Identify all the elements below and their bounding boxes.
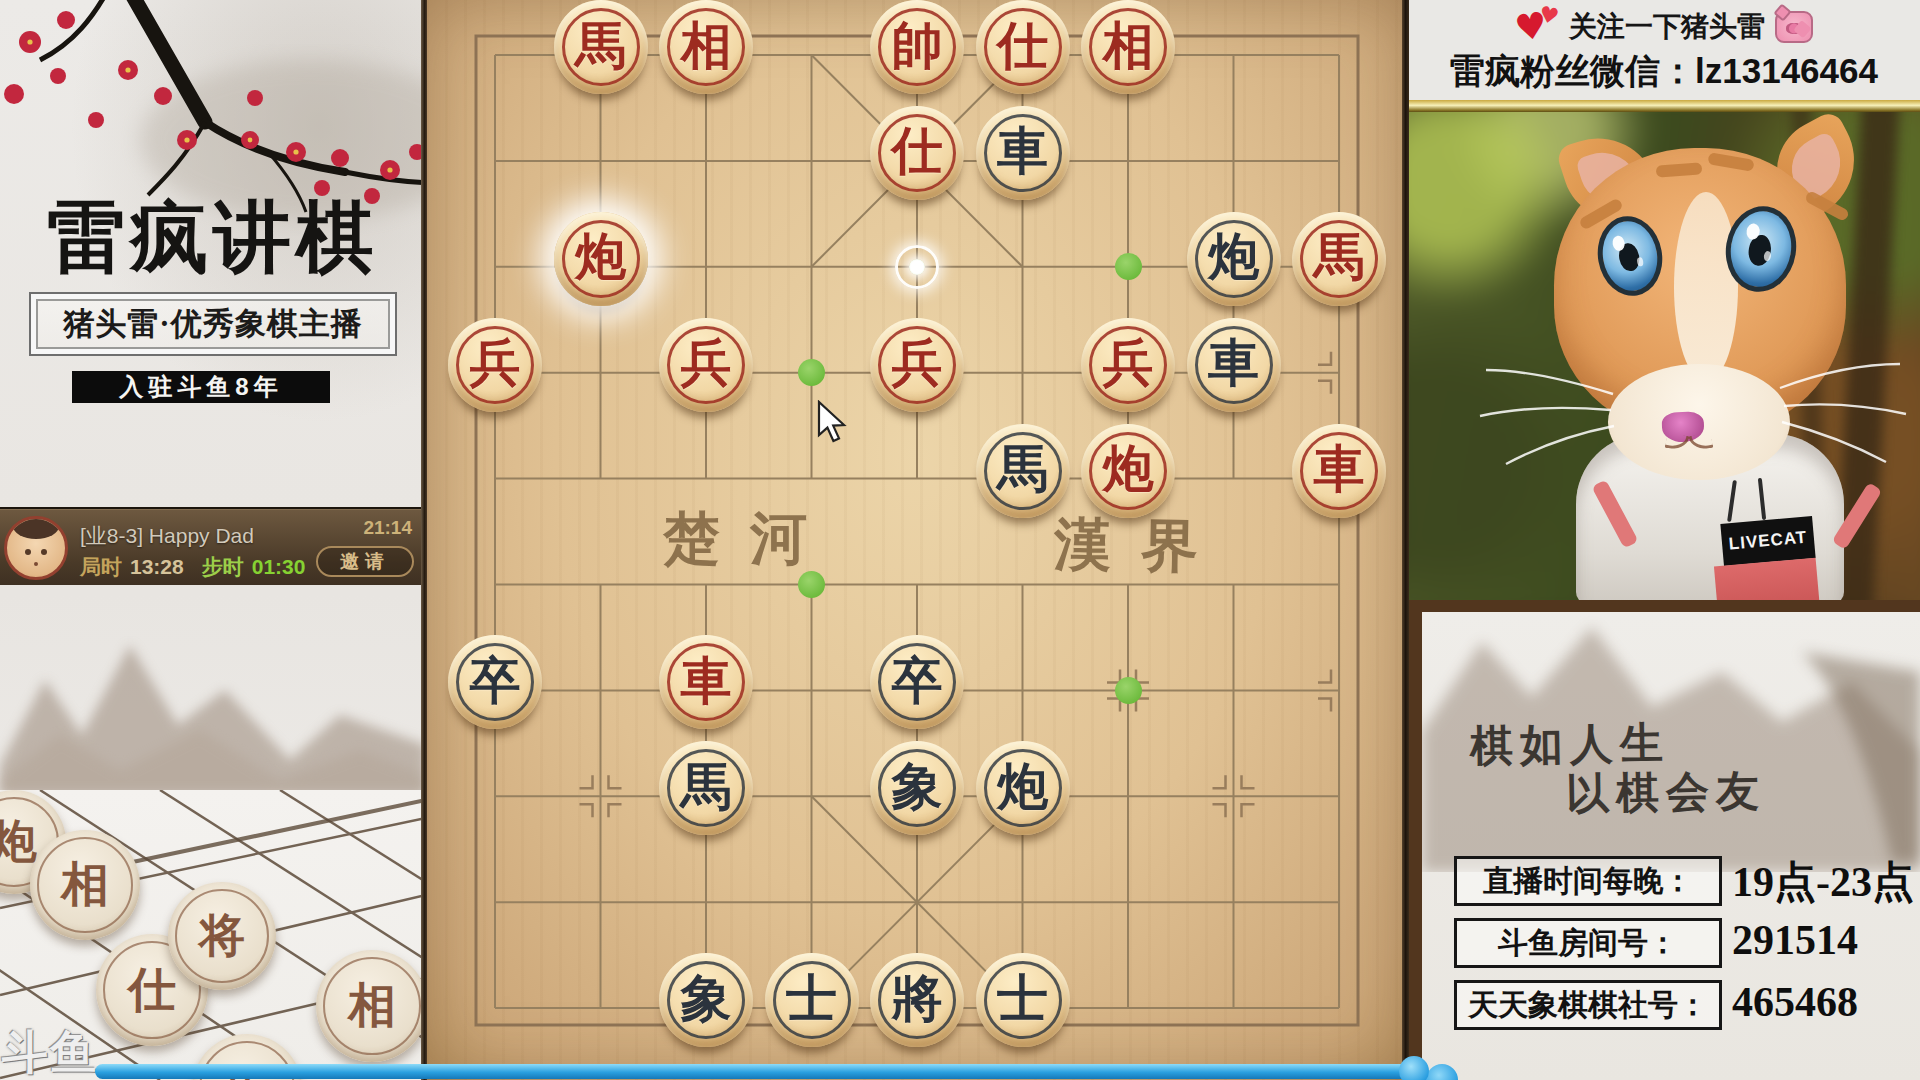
piece-red-馬[interactable]: 馬	[554, 0, 648, 94]
photo-piece: 相	[30, 830, 140, 940]
piece-red-帥[interactable]: 帥	[870, 0, 964, 94]
panel-divider	[1402, 0, 1409, 1080]
piece-red-兵[interactable]: 兵	[870, 318, 964, 412]
piece-black-炮[interactable]: 炮	[976, 741, 1070, 835]
piece-black-馬[interactable]: 馬	[976, 424, 1070, 518]
green-marker	[798, 571, 825, 598]
info-rows: 直播时间每晚： 19点-23点 斗鱼房间号： 291514 天天象棋棋社号： 4…	[1422, 852, 1920, 1038]
wechat-line: 雷疯粉丝微信：lz13146464	[1408, 48, 1920, 95]
piece-red-兵[interactable]: 兵	[1081, 318, 1175, 412]
player-avatar[interactable]	[4, 516, 68, 580]
piece-black-馬[interactable]: 馬	[659, 741, 753, 835]
photo-piece: 将	[168, 882, 276, 990]
piece-black-象[interactable]: 象	[659, 953, 753, 1047]
green-marker	[798, 359, 825, 386]
ink-mountains	[0, 585, 426, 795]
piece-red-炮[interactable]: 炮	[1081, 424, 1175, 518]
piece-red-仕[interactable]: 仕	[976, 0, 1070, 94]
info-label-box: 天天象棋棋社号：	[1454, 980, 1722, 1030]
piece-red-仕[interactable]: 仕	[870, 106, 964, 200]
info-panel: 棋如人生 以棋会友 直播时间每晚： 19点-23点 斗鱼房间号： 291514	[1408, 600, 1920, 1080]
river-text-right: 漢界	[1053, 506, 1228, 586]
player-times: 局时13:28步时01:30	[80, 553, 305, 581]
info-label-box: 直播时间每晚：	[1454, 856, 1722, 906]
info-row: 斗鱼房间号： 291514	[1422, 914, 1920, 976]
clock: 21:14	[363, 517, 412, 539]
pig-emoji-icon	[1775, 11, 1813, 43]
blue-dot	[1426, 1064, 1458, 1080]
poster-banner: 入驻斗鱼8年	[72, 371, 330, 403]
piece-black-將[interactable]: 將	[870, 953, 964, 1047]
invite-button[interactable]: 邀请	[316, 546, 414, 577]
piece-black-士[interactable]: 士	[765, 953, 859, 1047]
poster: 雷疯讲棋 猪头雷·优秀象棋主播 入驻斗鱼8年	[0, 0, 426, 507]
stream-screen: 雷疯讲棋 猪头雷·优秀象棋主播 入驻斗鱼8年 [业8-3] Happy Dad …	[0, 0, 1920, 1080]
poster-subtitle-frame: 猪头雷·优秀象棋主播	[29, 292, 397, 356]
piece-black-車[interactable]: 車	[1187, 318, 1281, 412]
cat-whiskers	[1408, 112, 1920, 600]
piece-black-車[interactable]: 車	[976, 106, 1070, 200]
poster-subtitle: 猪头雷·优秀象棋主播	[63, 303, 362, 345]
info-value: 291514	[1732, 916, 1858, 964]
move-time: 01:30	[252, 555, 306, 578]
info-value: 19点-23点	[1732, 854, 1914, 910]
progress-bar[interactable]	[95, 1064, 1417, 1079]
info-row: 天天象棋棋社号： 465468	[1422, 976, 1920, 1038]
follow-line: ♥♥ 关注一下猪头雷	[1408, 8, 1920, 46]
mouse-cursor-icon	[817, 400, 851, 444]
piece-red-兵[interactable]: 兵	[659, 318, 753, 412]
player-name: [业8-3] Happy Dad	[80, 522, 254, 550]
photo-piece: 相	[316, 950, 426, 1062]
game-time: 13:28	[130, 555, 184, 578]
green-marker	[1115, 677, 1142, 704]
river-text-left: 楚河	[663, 501, 837, 578]
piece-black-卒[interactable]: 卒	[448, 635, 542, 729]
piece-black-士[interactable]: 士	[976, 953, 1070, 1047]
move-time-label: 步时	[202, 555, 244, 578]
piece-red-車[interactable]: 車	[659, 635, 753, 729]
cat-avatar: LIVECAT	[1408, 112, 1920, 600]
xiangqi-board[interactable]: 楚河 漢界 馬相帥仕相仕車炮炮馬兵兵兵兵車馬炮車卒車卒馬象炮象士將士	[426, 0, 1408, 1080]
game-time-label: 局时	[80, 555, 122, 578]
right-sidebar: ♥♥ 关注一下猪头雷 雷疯粉丝微信：lz13146464	[1408, 0, 1920, 1080]
piece-black-炮[interactable]: 炮	[1187, 212, 1281, 306]
last-move-origin-marker	[895, 245, 939, 289]
player-info-bar: [业8-3] Happy Dad 局时13:28步时01:30 21:14 邀请	[0, 507, 426, 585]
piece-red-相[interactable]: 相	[1081, 0, 1175, 94]
douyu-watermark: 斗鱼	[2, 1022, 98, 1080]
piece-red-相[interactable]: 相	[659, 0, 753, 94]
motto-line2: 以棋会友	[1566, 762, 1767, 823]
left-sidebar: 雷疯讲棋 猪头雷·优秀象棋主播 入驻斗鱼8年 [业8-3] Happy Dad …	[0, 0, 426, 1080]
piece-red-馬[interactable]: 馬	[1292, 212, 1386, 306]
piece-red-兵[interactable]: 兵	[448, 318, 542, 412]
heart-icon: ♥♥	[1515, 9, 1559, 45]
follow-text: 关注一下猪头雷	[1569, 8, 1765, 46]
piece-black-象[interactable]: 象	[870, 741, 964, 835]
poster-title: 雷疯讲棋	[0, 186, 426, 291]
info-value: 465468	[1732, 978, 1858, 1026]
gold-divider	[1408, 100, 1920, 112]
info-label-box: 斗鱼房间号：	[1454, 918, 1722, 968]
info-row: 直播时间每晚： 19点-23点	[1422, 852, 1920, 914]
green-marker	[1115, 253, 1142, 280]
piece-red-車[interactable]: 車	[1292, 424, 1386, 518]
panel-divider	[421, 0, 427, 1080]
stream-video: LIVECAT	[1408, 112, 1920, 600]
piece-black-卒[interactable]: 卒	[870, 635, 964, 729]
piece-red-炮[interactable]: 炮	[554, 212, 648, 306]
promo-header: ♥♥ 关注一下猪头雷 雷疯粉丝微信：lz13146464	[1408, 0, 1920, 100]
